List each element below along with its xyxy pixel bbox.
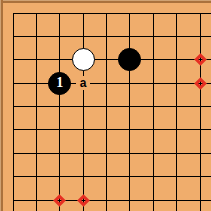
intersection-B19 — [25, 1, 48, 24]
intersection-J13 — [188, 142, 211, 165]
intersection-B18 — [25, 25, 48, 48]
diamond-marker-J17 — [194, 53, 207, 66]
intersection-D12 — [71, 165, 94, 188]
intersection-J17 — [188, 48, 211, 71]
intersection-H13 — [165, 142, 188, 165]
intersection-D16: a — [71, 71, 94, 94]
intersection-G12 — [142, 165, 165, 188]
intersection-C12 — [48, 165, 71, 188]
intersection-H18 — [165, 25, 188, 48]
intersection-H12 — [165, 165, 188, 188]
intersection-D13 — [71, 142, 94, 165]
intersection-J11 — [188, 188, 211, 211]
intersection-E17 — [95, 48, 118, 71]
intersection-A12 — [1, 165, 24, 188]
intersection-G16 — [142, 71, 165, 94]
intersection-A16 — [1, 71, 24, 94]
intersection-A17 — [1, 48, 24, 71]
intersection-C13 — [48, 142, 71, 165]
diamond-marker-J16 — [194, 77, 207, 90]
intersection-C11 — [48, 188, 71, 211]
intersection-G19 — [142, 1, 165, 24]
intersection-E18 — [95, 25, 118, 48]
intersection-D15 — [71, 95, 94, 118]
intersection-E19 — [95, 1, 118, 24]
intersection-grid: 1a — [1, 1, 211, 211]
intersection-G11 — [142, 188, 165, 211]
intersection-H16 — [165, 71, 188, 94]
intersection-A14 — [1, 118, 24, 141]
intersection-D18 — [71, 25, 94, 48]
intersection-J18 — [188, 25, 211, 48]
intersection-D17 — [71, 48, 94, 71]
intersection-F16 — [118, 71, 141, 94]
board-edge-left — [0, 0, 3, 211]
intersection-A13 — [1, 142, 24, 165]
intersection-B14 — [25, 118, 48, 141]
intersection-H17 — [165, 48, 188, 71]
intersection-E12 — [95, 165, 118, 188]
intersection-G13 — [142, 142, 165, 165]
intersection-B13 — [25, 142, 48, 165]
stone-white-D17 — [72, 48, 95, 71]
intersection-B15 — [25, 95, 48, 118]
intersection-D14 — [71, 118, 94, 141]
intersection-D11 — [71, 188, 94, 211]
intersection-E15 — [95, 95, 118, 118]
intersection-G14 — [142, 118, 165, 141]
intersection-J16 — [188, 71, 211, 94]
diamond-marker-D11 — [77, 194, 90, 207]
intersection-H14 — [165, 118, 188, 141]
intersection-G15 — [142, 95, 165, 118]
intersection-B16 — [25, 71, 48, 94]
intersection-A15 — [1, 95, 24, 118]
intersection-F17 — [118, 48, 141, 71]
intersection-G17 — [142, 48, 165, 71]
intersection-J19 — [188, 1, 211, 24]
intersection-B11 — [25, 188, 48, 211]
intersection-F18 — [118, 25, 141, 48]
go-board: 1a — [0, 0, 211, 211]
intersection-C18 — [48, 25, 71, 48]
intersection-H19 — [165, 1, 188, 24]
intersection-H11 — [165, 188, 188, 211]
intersection-F12 — [118, 165, 141, 188]
intersection-E13 — [95, 142, 118, 165]
intersection-C17 — [48, 48, 71, 71]
intersection-F11 — [118, 188, 141, 211]
intersection-A11 — [1, 188, 24, 211]
diamond-marker-C11 — [53, 194, 66, 207]
intersection-G18 — [142, 25, 165, 48]
intersection-C15 — [48, 95, 71, 118]
intersection-C14 — [48, 118, 71, 141]
point-label-a: a — [76, 76, 90, 90]
board-edge-top — [0, 0, 211, 3]
intersection-F19 — [118, 1, 141, 24]
intersection-J14 — [188, 118, 211, 141]
intersection-B17 — [25, 48, 48, 71]
intersection-C19 — [48, 1, 71, 24]
intersection-A19 — [1, 1, 24, 24]
intersection-F15 — [118, 95, 141, 118]
stone-black-1-C16: 1 — [48, 72, 71, 95]
intersection-C16: 1 — [48, 71, 71, 94]
intersection-F14 — [118, 118, 141, 141]
intersection-H15 — [165, 95, 188, 118]
intersection-E11 — [95, 188, 118, 211]
intersection-J12 — [188, 165, 211, 188]
stone-black-F17 — [118, 48, 141, 71]
intersection-E16 — [95, 71, 118, 94]
intersection-D19 — [71, 1, 94, 24]
intersection-J15 — [188, 95, 211, 118]
intersection-A18 — [1, 25, 24, 48]
intersection-F13 — [118, 142, 141, 165]
intersection-B12 — [25, 165, 48, 188]
intersection-E14 — [95, 118, 118, 141]
